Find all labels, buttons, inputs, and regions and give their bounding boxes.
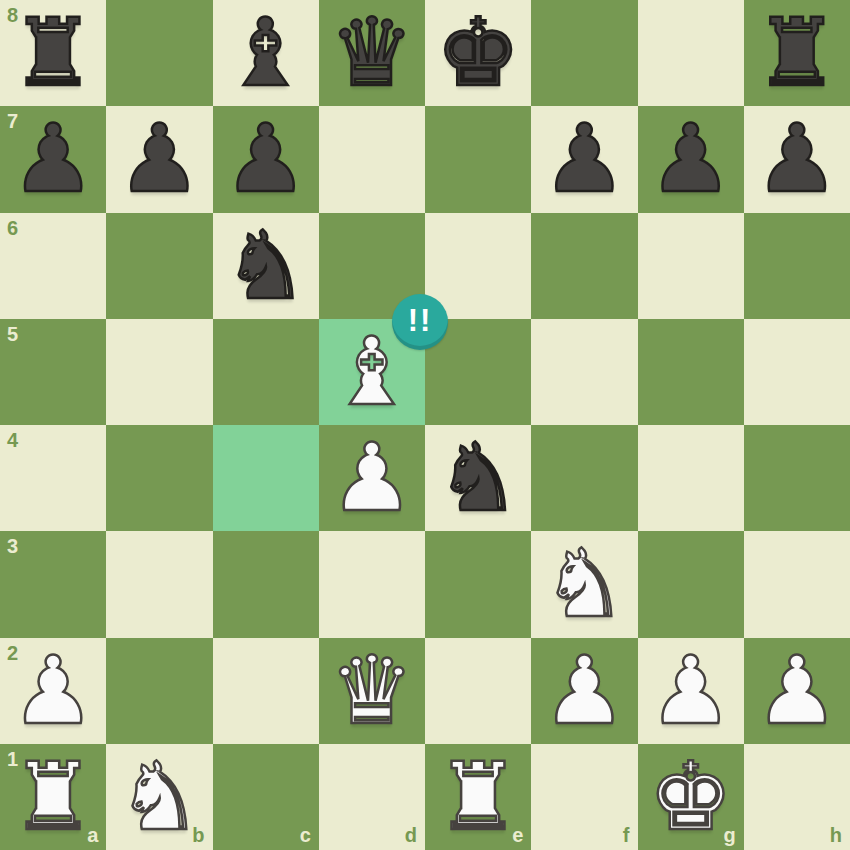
square-c6[interactable]: ♞	[213, 213, 319, 319]
file-label-a: a	[87, 825, 98, 845]
square-f5[interactable]	[531, 319, 637, 425]
piece-black-pawn[interactable]: ♟	[755, 106, 839, 212]
square-a1[interactable]: 1a♜	[0, 744, 106, 850]
square-h5[interactable]	[744, 319, 850, 425]
piece-black-knight[interactable]: ♞	[436, 425, 520, 531]
square-h1[interactable]: h	[744, 744, 850, 850]
square-d2[interactable]: ♛	[319, 638, 425, 744]
square-a7[interactable]: 7♟	[0, 106, 106, 212]
file-label-c: c	[300, 825, 311, 845]
square-b4[interactable]	[106, 425, 212, 531]
square-e2[interactable]	[425, 638, 531, 744]
piece-white-rook[interactable]: ♜	[11, 744, 95, 850]
rank-label-6: 6	[7, 218, 18, 238]
square-d4[interactable]: ♟	[319, 425, 425, 531]
piece-black-knight[interactable]: ♞	[223, 213, 307, 319]
square-e3[interactable]	[425, 531, 531, 637]
square-b2[interactable]	[106, 638, 212, 744]
square-a2[interactable]: 2♟	[0, 638, 106, 744]
piece-black-queen[interactable]: ♛	[330, 0, 414, 106]
square-a5[interactable]: 5	[0, 319, 106, 425]
rank-label-3: 3	[7, 536, 18, 556]
square-a8[interactable]: 8♜	[0, 0, 106, 106]
piece-white-king[interactable]: ♚	[648, 744, 732, 850]
square-d3[interactable]	[319, 531, 425, 637]
square-f7[interactable]: ♟	[531, 106, 637, 212]
piece-black-pawn[interactable]: ♟	[542, 106, 626, 212]
square-f2[interactable]: ♟	[531, 638, 637, 744]
piece-white-pawn[interactable]: ♟	[330, 425, 414, 531]
square-a4[interactable]: 4	[0, 425, 106, 531]
square-e8[interactable]: ♚	[425, 0, 531, 106]
square-c1[interactable]: c	[213, 744, 319, 850]
square-f6[interactable]	[531, 213, 637, 319]
square-g6[interactable]	[638, 213, 744, 319]
file-label-f: f	[623, 825, 630, 845]
square-h7[interactable]: ♟	[744, 106, 850, 212]
square-b5[interactable]	[106, 319, 212, 425]
square-e1[interactable]: e♜	[425, 744, 531, 850]
piece-white-knight[interactable]: ♞	[542, 531, 626, 637]
rank-label-1: 1	[7, 749, 18, 769]
square-g4[interactable]	[638, 425, 744, 531]
chess-board: 8♜♝♛♚♜7♟♟♟♟♟♟6♞5♝4♟♞3♞2♟♛♟♟♟1a♜b♞cde♜fg♚…	[0, 0, 850, 850]
square-g3[interactable]	[638, 531, 744, 637]
file-label-b: b	[192, 825, 204, 845]
square-f1[interactable]: f	[531, 744, 637, 850]
square-c2[interactable]	[213, 638, 319, 744]
piece-black-rook[interactable]: ♜	[755, 0, 839, 106]
square-c3[interactable]	[213, 531, 319, 637]
rank-label-4: 4	[7, 430, 18, 450]
square-c7[interactable]: ♟	[213, 106, 319, 212]
square-g1[interactable]: g♚	[638, 744, 744, 850]
brilliant-move-badge: !!	[392, 294, 448, 350]
square-d7[interactable]	[319, 106, 425, 212]
piece-black-bishop[interactable]: ♝	[223, 0, 307, 106]
piece-black-rook[interactable]: ♜	[11, 0, 95, 106]
square-b3[interactable]	[106, 531, 212, 637]
file-label-h: h	[830, 825, 842, 845]
square-h2[interactable]: ♟	[744, 638, 850, 744]
piece-white-pawn[interactable]: ♟	[542, 638, 626, 744]
piece-white-queen[interactable]: ♛	[330, 638, 414, 744]
square-e7[interactable]	[425, 106, 531, 212]
square-c8[interactable]: ♝	[213, 0, 319, 106]
square-a6[interactable]: 6	[0, 213, 106, 319]
square-a3[interactable]: 3	[0, 531, 106, 637]
piece-black-pawn[interactable]: ♟	[11, 106, 95, 212]
square-b8[interactable]	[106, 0, 212, 106]
piece-black-king[interactable]: ♚	[436, 0, 520, 106]
brilliant-label: !!	[408, 305, 433, 336]
square-f4[interactable]	[531, 425, 637, 531]
square-h4[interactable]	[744, 425, 850, 531]
piece-black-pawn[interactable]: ♟	[223, 106, 307, 212]
square-b1[interactable]: b♞	[106, 744, 212, 850]
square-f8[interactable]	[531, 0, 637, 106]
piece-white-pawn[interactable]: ♟	[11, 638, 95, 744]
piece-black-pawn[interactable]: ♟	[117, 106, 201, 212]
square-g8[interactable]	[638, 0, 744, 106]
square-h8[interactable]: ♜	[744, 0, 850, 106]
square-f3[interactable]: ♞	[531, 531, 637, 637]
square-d8[interactable]: ♛	[319, 0, 425, 106]
square-e4[interactable]: ♞	[425, 425, 531, 531]
square-g7[interactable]: ♟	[638, 106, 744, 212]
piece-white-pawn[interactable]: ♟	[648, 638, 732, 744]
square-g2[interactable]: ♟	[638, 638, 744, 744]
file-label-d: d	[405, 825, 417, 845]
square-b6[interactable]	[106, 213, 212, 319]
rank-label-2: 2	[7, 643, 18, 663]
piece-white-rook[interactable]: ♜	[436, 744, 520, 850]
square-h6[interactable]	[744, 213, 850, 319]
rank-label-5: 5	[7, 324, 18, 344]
file-label-e: e	[512, 825, 523, 845]
chess-board-wrap: 8♜♝♛♚♜7♟♟♟♟♟♟6♞5♝4♟♞3♞2♟♛♟♟♟1a♜b♞cde♜fg♚…	[0, 0, 850, 850]
square-b7[interactable]: ♟	[106, 106, 212, 212]
square-d1[interactable]: d	[319, 744, 425, 850]
file-label-g: g	[724, 825, 736, 845]
square-h3[interactable]	[744, 531, 850, 637]
rank-label-7: 7	[7, 111, 18, 131]
piece-black-pawn[interactable]: ♟	[648, 106, 732, 212]
square-c5[interactable]	[213, 319, 319, 425]
square-g5[interactable]	[638, 319, 744, 425]
rank-label-8: 8	[7, 5, 18, 25]
piece-white-pawn[interactable]: ♟	[755, 638, 839, 744]
square-c4[interactable]	[213, 425, 319, 531]
piece-white-knight[interactable]: ♞	[117, 744, 201, 850]
